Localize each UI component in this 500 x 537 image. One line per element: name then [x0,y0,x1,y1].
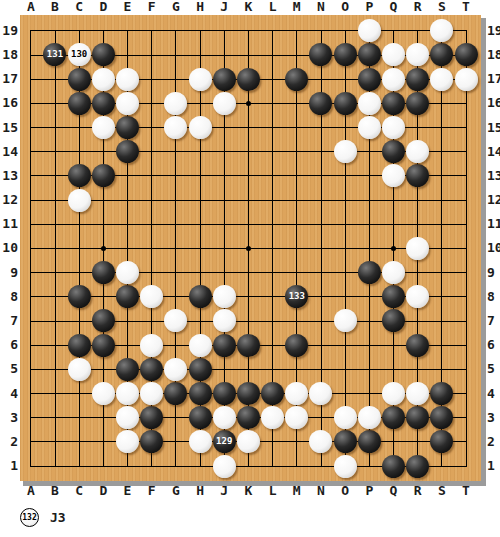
stone-J3[interactable] [213,406,236,429]
stone-D9[interactable] [92,261,115,284]
stone-O2[interactable] [334,430,357,453]
stone-C12[interactable] [68,189,91,212]
stone-Q4[interactable] [382,382,405,405]
stone-Q14[interactable] [382,140,405,163]
stone-K4[interactable] [237,382,260,405]
stone-T18[interactable] [455,43,478,66]
row-label-5: 5 [487,362,500,376]
stone-P3[interactable] [358,406,381,429]
column-label-T: T [454,484,478,498]
row-label-1: 1 [487,459,500,473]
stone-T17[interactable] [455,68,478,91]
move-number-label: 130 [71,50,87,59]
stone-E8[interactable] [116,285,139,308]
row-label-7: 7 [0,314,18,328]
row-label-18: 18 [0,48,18,62]
stone-K17[interactable] [237,68,260,91]
stone-C18[interactable]: 130 [68,43,91,66]
row-label-1: 1 [0,459,18,473]
stone-Q3[interactable] [382,406,405,429]
stone-D13[interactable] [92,164,115,187]
column-label-H: H [188,0,212,14]
stone-H15[interactable] [189,116,212,139]
row-label-19: 19 [487,24,500,38]
stone-G7[interactable] [164,309,187,332]
column-label-Q: Q [382,0,406,14]
stone-C13[interactable] [68,164,91,187]
stone-J17[interactable] [213,68,236,91]
row-label-5: 5 [0,362,18,376]
stone-E2[interactable] [116,430,139,453]
row-label-2: 2 [0,435,18,449]
stone-J16[interactable] [213,92,236,115]
stone-D17[interactable] [92,68,115,91]
stone-P18[interactable] [358,43,381,66]
stone-H8[interactable] [189,285,212,308]
column-label-A: A [19,484,43,498]
stone-M3[interactable] [285,406,308,429]
stone-F8[interactable] [140,285,163,308]
stone-Q8[interactable] [382,285,405,308]
column-label-Q: Q [382,484,406,498]
column-label-E: E [116,484,140,498]
stone-K6[interactable] [237,334,260,357]
column-label-G: G [164,0,188,14]
column-label-C: C [67,484,91,498]
stone-H17[interactable] [189,68,212,91]
stone-S3[interactable] [430,406,453,429]
row-label-9: 9 [0,266,18,280]
column-label-S: S [430,484,454,498]
column-label-H: H [188,484,212,498]
move-number-label: 131 [47,50,63,59]
row-label-3: 3 [0,411,18,425]
stone-Q13[interactable] [382,164,405,187]
stone-F3[interactable] [140,406,163,429]
column-label-P: P [357,484,381,498]
grid-line-vertical [466,30,467,466]
stone-D6[interactable] [92,334,115,357]
stone-G4[interactable] [164,382,187,405]
stone-E5[interactable] [116,358,139,381]
stone-F5[interactable] [140,358,163,381]
row-label-15: 15 [0,121,18,135]
stone-D18[interactable] [92,43,115,66]
column-label-A: A [19,0,43,14]
row-label-6: 6 [0,338,18,352]
stone-S17[interactable] [430,68,453,91]
board-shadow-right [481,18,486,486]
stone-R3[interactable] [406,406,429,429]
stone-Q7[interactable] [382,309,405,332]
stone-G15[interactable] [164,116,187,139]
row-label-8: 8 [0,290,18,304]
column-label-O: O [333,484,357,498]
stone-O14[interactable] [334,140,357,163]
stone-R16[interactable] [406,92,429,115]
star-point [101,246,106,251]
stone-Q1[interactable] [382,455,405,478]
caption-move-coordinate: J3 [50,510,66,525]
stone-F2[interactable] [140,430,163,453]
stone-G16[interactable] [164,92,187,115]
stone-D16[interactable] [92,92,115,115]
stone-H2[interactable] [189,430,212,453]
stone-N4[interactable] [309,382,332,405]
stone-O16[interactable] [334,92,357,115]
stone-K2[interactable] [237,430,260,453]
stone-N18[interactable] [309,43,332,66]
row-label-16: 16 [487,96,500,110]
column-label-D: D [91,484,115,498]
column-label-M: M [285,484,309,498]
row-label-19: 19 [0,24,18,38]
stone-S18[interactable] [430,43,453,66]
column-label-S: S [430,0,454,14]
star-point [246,101,251,106]
stone-E4[interactable] [116,382,139,405]
stone-E14[interactable] [116,140,139,163]
column-label-L: L [261,0,285,14]
stone-R14[interactable] [406,140,429,163]
row-label-13: 13 [487,169,500,183]
row-label-17: 17 [487,72,500,86]
move-number-label: 129 [216,437,232,446]
row-label-12: 12 [0,193,18,207]
stone-P2[interactable] [358,430,381,453]
column-label-K: K [236,484,260,498]
column-label-N: N [309,0,333,14]
row-label-18: 18 [487,48,500,62]
stone-L3[interactable] [261,406,284,429]
row-label-10: 10 [0,241,18,255]
stone-E16[interactable] [116,92,139,115]
row-label-11: 11 [0,217,18,231]
stone-H3[interactable] [189,406,212,429]
stone-R13[interactable] [406,164,429,187]
row-label-9: 9 [487,266,500,280]
stone-O1[interactable] [334,455,357,478]
stone-P19[interactable] [358,19,381,42]
star-point [246,246,251,251]
stone-K3[interactable] [237,406,260,429]
stone-L4[interactable] [261,382,284,405]
stone-B18[interactable]: 131 [43,43,66,66]
column-label-G: G [164,484,188,498]
stone-Q17[interactable] [382,68,405,91]
row-label-10: 10 [487,241,500,255]
stone-J7[interactable] [213,309,236,332]
row-label-4: 4 [487,387,500,401]
column-label-L: L [261,484,285,498]
column-label-J: J [212,0,236,14]
stone-N16[interactable] [309,92,332,115]
stone-D4[interactable] [92,382,115,405]
caption-white-stone-icon: 132 [20,508,39,527]
row-label-8: 8 [487,290,500,304]
stone-R8[interactable] [406,285,429,308]
stone-R10[interactable] [406,237,429,260]
stone-D15[interactable] [92,116,115,139]
stone-C5[interactable] [68,358,91,381]
stone-C16[interactable] [68,92,91,115]
stone-H5[interactable] [189,358,212,381]
column-label-E: E [116,0,140,14]
stone-Q9[interactable] [382,261,405,284]
stone-C8[interactable] [68,285,91,308]
column-label-B: B [43,0,67,14]
last-move-caption: 132 J3 [20,507,66,527]
go-board[interactable]: 131133129130 [20,15,481,481]
stone-J1[interactable] [213,455,236,478]
stone-E17[interactable] [116,68,139,91]
stone-Q15[interactable] [382,116,405,139]
column-label-J: J [212,484,236,498]
stone-S2[interactable] [430,430,453,453]
stone-M4[interactable] [285,382,308,405]
row-label-11: 11 [487,217,500,231]
stone-R17[interactable] [406,68,429,91]
column-label-F: F [140,484,164,498]
row-label-16: 16 [0,96,18,110]
stone-G5[interactable] [164,358,187,381]
column-label-T: T [454,0,478,14]
column-label-R: R [406,484,430,498]
column-label-R: R [406,0,430,14]
column-label-D: D [91,0,115,14]
stone-J4[interactable] [213,382,236,405]
go-board-viewer: 131133129130 ABCDEFGHJKLMNOPQRST ABCDEFG… [0,0,500,537]
column-label-B: B [43,484,67,498]
move-number-label: 133 [289,292,305,301]
column-label-C: C [67,0,91,14]
column-label-N: N [309,484,333,498]
stone-Q18[interactable] [382,43,405,66]
row-label-17: 17 [0,72,18,86]
row-label-12: 12 [487,193,500,207]
stone-F4[interactable] [140,382,163,405]
column-label-F: F [140,0,164,14]
row-label-14: 14 [0,145,18,159]
stone-M6[interactable] [285,334,308,357]
stone-P16[interactable] [358,92,381,115]
stone-M8[interactable]: 133 [285,285,308,308]
stone-E15[interactable] [116,116,139,139]
grid-line-horizontal [30,369,466,370]
stone-C6[interactable] [68,334,91,357]
stone-R6[interactable] [406,334,429,357]
stone-C17[interactable] [68,68,91,91]
row-label-2: 2 [487,435,500,449]
stone-E9[interactable] [116,261,139,284]
star-point [391,246,396,251]
stone-J8[interactable] [213,285,236,308]
stone-R4[interactable] [406,382,429,405]
row-label-7: 7 [487,314,500,328]
stone-P15[interactable] [358,116,381,139]
column-label-O: O [333,0,357,14]
stone-H6[interactable] [189,334,212,357]
stone-P9[interactable] [358,261,381,284]
row-label-6: 6 [487,338,500,352]
stone-O18[interactable] [334,43,357,66]
stone-Q16[interactable] [382,92,405,115]
stone-D7[interactable] [92,309,115,332]
column-label-K: K [236,0,260,14]
stone-P17[interactable] [358,68,381,91]
stone-R1[interactable] [406,455,429,478]
column-label-M: M [285,0,309,14]
stone-F6[interactable] [140,334,163,357]
stone-J2[interactable]: 129 [213,430,236,453]
stone-N2[interactable] [309,430,332,453]
stone-O7[interactable] [334,309,357,332]
stone-J6[interactable] [213,334,236,357]
stone-R18[interactable] [406,43,429,66]
row-label-3: 3 [487,411,500,425]
row-label-14: 14 [487,145,500,159]
stone-M17[interactable] [285,68,308,91]
stone-H4[interactable] [189,382,212,405]
stone-S19[interactable] [430,19,453,42]
stone-E3[interactable] [116,406,139,429]
row-label-4: 4 [0,387,18,401]
row-label-13: 13 [0,169,18,183]
column-label-P: P [357,0,381,14]
row-label-15: 15 [487,121,500,135]
stone-S4[interactable] [430,382,453,405]
stone-O3[interactable] [334,406,357,429]
